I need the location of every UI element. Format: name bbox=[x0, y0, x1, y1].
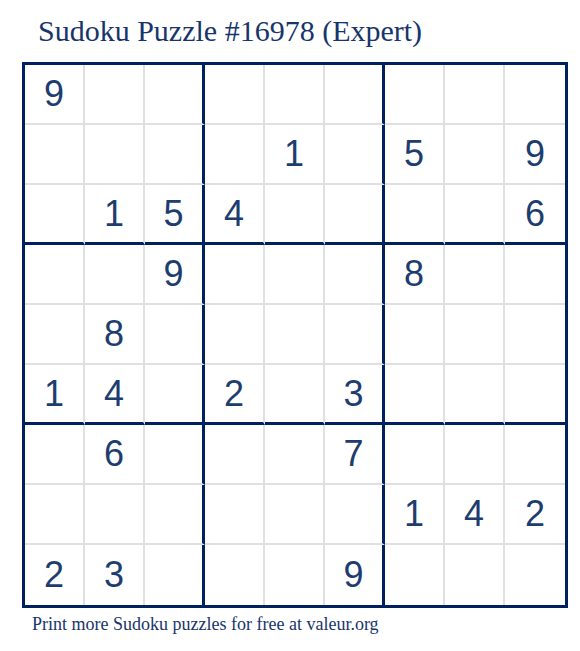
sudoku-cell bbox=[505, 365, 565, 425]
cell-digit: 5 bbox=[163, 196, 183, 232]
cell-digit: 1 bbox=[104, 196, 124, 232]
sudoku-cell bbox=[325, 65, 385, 125]
sudoku-cell bbox=[325, 125, 385, 185]
sudoku-cell bbox=[25, 245, 85, 305]
sudoku-cell: 9 bbox=[325, 545, 385, 605]
cell-digit: 9 bbox=[163, 256, 183, 292]
sudoku-cell bbox=[445, 545, 505, 605]
sudoku-cell: 6 bbox=[505, 185, 565, 245]
cell-digit: 1 bbox=[44, 376, 64, 412]
cell-digit: 8 bbox=[104, 316, 124, 352]
sudoku-cell bbox=[325, 185, 385, 245]
sudoku-cell bbox=[265, 485, 325, 545]
sudoku-cell bbox=[505, 545, 565, 605]
sudoku-cell bbox=[505, 245, 565, 305]
sudoku-cell bbox=[505, 425, 565, 485]
cell-digit: 4 bbox=[224, 196, 244, 232]
cell-digit: 5 bbox=[404, 136, 424, 172]
sudoku-cell: 7 bbox=[325, 425, 385, 485]
cell-digit: 1 bbox=[284, 136, 304, 172]
sudoku-cell: 4 bbox=[205, 185, 265, 245]
sudoku-cell bbox=[385, 185, 445, 245]
sudoku-cell bbox=[145, 425, 205, 485]
sudoku-cell bbox=[445, 365, 505, 425]
cell-digit: 2 bbox=[224, 376, 244, 412]
sudoku-cell: 3 bbox=[325, 365, 385, 425]
sudoku-cell bbox=[25, 425, 85, 485]
sudoku-cell: 9 bbox=[25, 65, 85, 125]
sudoku-cell bbox=[205, 485, 265, 545]
cell-digit: 3 bbox=[104, 557, 124, 593]
sudoku-cell: 8 bbox=[385, 245, 445, 305]
sudoku-cell bbox=[25, 125, 85, 185]
cell-digit: 9 bbox=[343, 557, 363, 593]
cell-digit: 6 bbox=[525, 196, 545, 232]
sudoku-cell bbox=[25, 185, 85, 245]
sudoku-cell bbox=[85, 485, 145, 545]
sudoku-cell bbox=[145, 125, 205, 185]
sudoku-cell bbox=[325, 485, 385, 545]
sudoku-cell: 2 bbox=[505, 485, 565, 545]
cell-digit: 9 bbox=[525, 136, 545, 172]
sudoku-cell bbox=[265, 305, 325, 365]
sudoku-cell bbox=[85, 65, 145, 125]
sudoku-cell bbox=[265, 245, 325, 305]
sudoku-cell: 3 bbox=[85, 545, 145, 605]
sudoku-cell bbox=[25, 305, 85, 365]
sudoku-cell: 1 bbox=[85, 185, 145, 245]
cell-digit: 7 bbox=[343, 436, 363, 472]
footer-text: Print more Sudoku puzzles for free at va… bbox=[32, 614, 379, 635]
sudoku-cell bbox=[145, 485, 205, 545]
sudoku-cell: 4 bbox=[445, 485, 505, 545]
sudoku-cell bbox=[445, 305, 505, 365]
sudoku-cell bbox=[265, 425, 325, 485]
sudoku-cell bbox=[445, 125, 505, 185]
sudoku-cell: 9 bbox=[505, 125, 565, 185]
cell-digit: 9 bbox=[44, 76, 64, 112]
sudoku-cell bbox=[445, 425, 505, 485]
cell-digit: 8 bbox=[404, 256, 424, 292]
cell-digit: 4 bbox=[464, 496, 484, 532]
sudoku-cell bbox=[385, 305, 445, 365]
sudoku-cell bbox=[265, 65, 325, 125]
cell-digit: 3 bbox=[343, 376, 363, 412]
cell-digit: 4 bbox=[104, 376, 124, 412]
cell-digit: 6 bbox=[104, 436, 124, 472]
sudoku-cell bbox=[205, 65, 265, 125]
sudoku-cell bbox=[445, 65, 505, 125]
sudoku-cell bbox=[505, 65, 565, 125]
sudoku-board: 91591546988142367142239 bbox=[22, 62, 568, 608]
sudoku-cell: 2 bbox=[25, 545, 85, 605]
sudoku-cell bbox=[205, 305, 265, 365]
sudoku-cell bbox=[265, 365, 325, 425]
sudoku-cell bbox=[385, 425, 445, 485]
sudoku-cell bbox=[325, 305, 385, 365]
sudoku-cell: 1 bbox=[385, 485, 445, 545]
sudoku-cell bbox=[145, 305, 205, 365]
cell-digit: 1 bbox=[404, 496, 424, 532]
sudoku-cell: 1 bbox=[25, 365, 85, 425]
sudoku-cell bbox=[145, 365, 205, 425]
sudoku-cell bbox=[445, 185, 505, 245]
cell-digit: 2 bbox=[44, 557, 64, 593]
sudoku-cell bbox=[205, 245, 265, 305]
sudoku-cell bbox=[265, 185, 325, 245]
sudoku-cell: 6 bbox=[85, 425, 145, 485]
sudoku-cell bbox=[85, 125, 145, 185]
sudoku-cell bbox=[385, 545, 445, 605]
sudoku-cell: 9 bbox=[145, 245, 205, 305]
sudoku-cell: 4 bbox=[85, 365, 145, 425]
sudoku-cell bbox=[205, 125, 265, 185]
sudoku-cell bbox=[505, 305, 565, 365]
sudoku-cell: 1 bbox=[265, 125, 325, 185]
sudoku-cell bbox=[205, 425, 265, 485]
page-title: Sudoku Puzzle #16978 (Expert) bbox=[38, 14, 422, 48]
sudoku-cell bbox=[25, 485, 85, 545]
sudoku-cell bbox=[265, 545, 325, 605]
sudoku-cell bbox=[145, 545, 205, 605]
sudoku-cell: 5 bbox=[145, 185, 205, 245]
sudoku-cell bbox=[145, 65, 205, 125]
sudoku-cell bbox=[205, 545, 265, 605]
sudoku-cell: 5 bbox=[385, 125, 445, 185]
sudoku-cell: 2 bbox=[205, 365, 265, 425]
sudoku-cell bbox=[85, 245, 145, 305]
sudoku-cell bbox=[445, 245, 505, 305]
sudoku-cell: 8 bbox=[85, 305, 145, 365]
sudoku-cell bbox=[385, 65, 445, 125]
sudoku-cell bbox=[325, 245, 385, 305]
cell-digit: 2 bbox=[525, 496, 545, 532]
page: Sudoku Puzzle #16978 (Expert) 9159154698… bbox=[0, 0, 580, 651]
sudoku-cell bbox=[385, 365, 445, 425]
